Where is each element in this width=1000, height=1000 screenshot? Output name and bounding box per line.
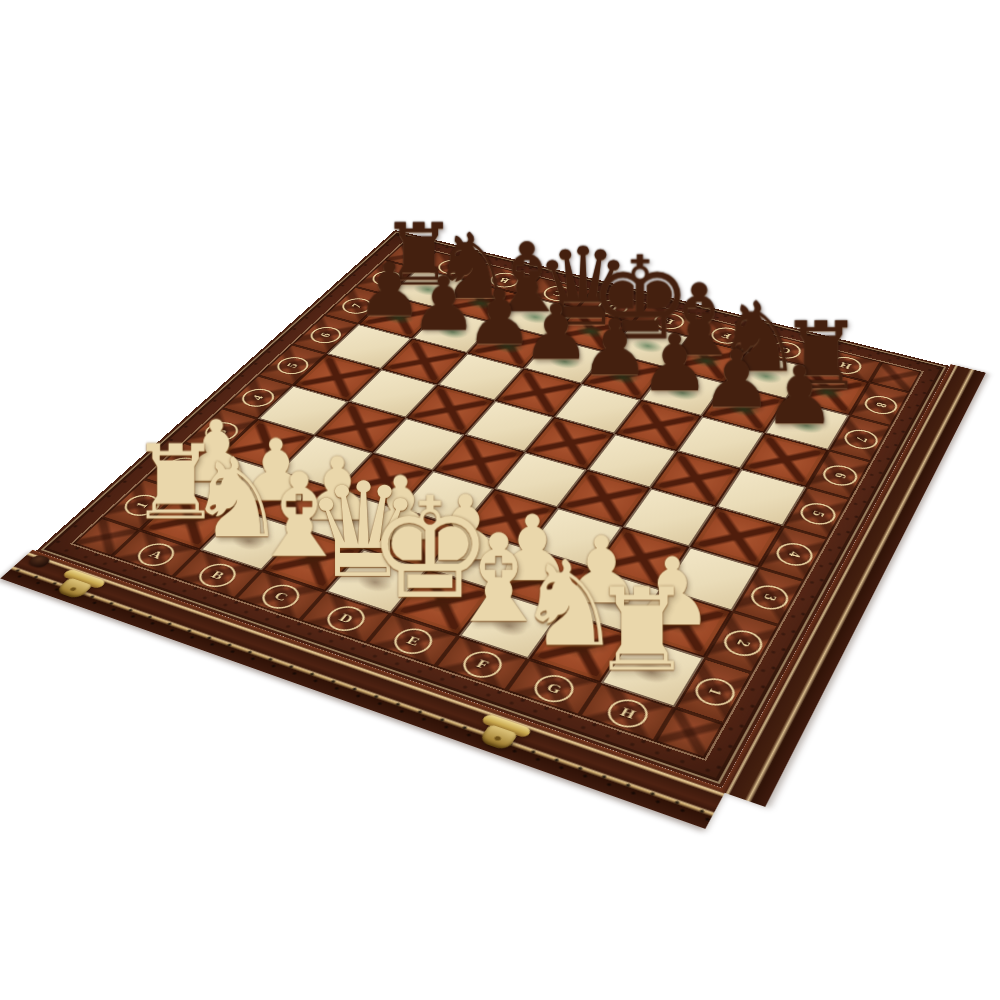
chess-board: ABCDEFGH8♜♞♝♛♚♝♞♜87♟♟♟♟♟♟♟♟7665544332♟♟♟…: [36, 230, 950, 788]
rank-label-3-right: 3: [746, 582, 793, 614]
black-pawn-h7: ♟: [740, 355, 859, 436]
file-label-h-near: H: [602, 695, 654, 732]
rank-label-4-right: 4: [772, 539, 818, 569]
rank-label-5-right: 5: [796, 500, 840, 528]
white-rook-h1: ♜: [571, 573, 713, 687]
brass-latch-icon: [464, 712, 535, 757]
hinge-icon: [27, 554, 52, 568]
brass-latch-icon: [43, 568, 109, 605]
product-photo-stage: ABCDEFGH8♜♞♝♛♚♝♞♜87♟♟♟♟♟♟♟♟7665544332♟♟♟…: [0, 0, 1000, 1000]
rank-label-6-right: 6: [819, 462, 862, 489]
